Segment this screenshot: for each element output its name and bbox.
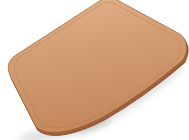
product-photo xyxy=(0,0,189,140)
muffin-pan-illustration xyxy=(0,0,189,140)
